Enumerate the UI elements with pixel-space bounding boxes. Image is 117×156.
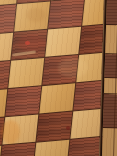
wood-scratch (12, 50, 36, 56)
wood-dot (25, 41, 30, 45)
wood-dot (66, 126, 70, 130)
wood-smudge (18, 34, 46, 52)
edge-band-light (105, 25, 117, 54)
wood-smudge (58, 58, 88, 78)
chessboard-photo (0, 0, 117, 156)
photo-inner (0, 0, 117, 156)
wood-smudge (1, 120, 20, 144)
edge-band-dark (106, 0, 117, 26)
wood-smudge (26, 8, 46, 22)
